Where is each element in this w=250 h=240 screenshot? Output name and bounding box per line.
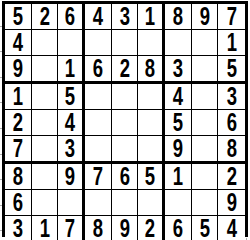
- cell-r1c1[interactable]: 5: [5, 4, 32, 30]
- cell-r2c7[interactable]: [165, 30, 192, 56]
- cell-r5c1[interactable]: 2: [5, 110, 32, 136]
- cell-r4c1[interactable]: 1: [5, 84, 32, 110]
- cell-r2c1[interactable]: 4: [5, 30, 32, 56]
- cell-r9c6[interactable]: 2: [138, 216, 165, 240]
- given-digit: 8: [93, 216, 103, 240]
- cell-r4c9[interactable]: 3: [218, 84, 245, 110]
- cell-r7c5[interactable]: 6: [112, 164, 139, 190]
- given-digit: 5: [173, 110, 183, 135]
- given-digit: 2: [39, 4, 49, 29]
- given-digit: 9: [119, 216, 129, 240]
- cell-r5c7[interactable]: 5: [165, 110, 192, 136]
- cell-r5c5[interactable]: [112, 110, 139, 136]
- given-digit: 5: [13, 4, 23, 29]
- cell-r1c5[interactable]: 3: [112, 4, 139, 30]
- given-digit: 6: [13, 190, 23, 215]
- given-digit: 6: [227, 110, 237, 135]
- given-digit: 8: [13, 164, 23, 189]
- cell-r6c4[interactable]: [85, 136, 112, 164]
- cell-r9c5[interactable]: 9: [112, 216, 139, 240]
- given-digit: 4: [173, 84, 183, 109]
- given-digit: 1: [39, 216, 49, 240]
- given-digit: 2: [145, 216, 155, 240]
- given-digit: 8: [145, 56, 155, 81]
- cell-r3c6[interactable]: 8: [138, 56, 165, 84]
- given-digit: 7: [13, 136, 23, 161]
- given-digit: 5: [227, 56, 237, 81]
- given-digit: 6: [119, 164, 129, 189]
- cell-r7c7[interactable]: 1: [165, 164, 192, 190]
- cell-r3c9[interactable]: 5: [218, 56, 245, 84]
- cell-r5c6[interactable]: [138, 110, 165, 136]
- cell-r4c3[interactable]: 5: [58, 84, 85, 110]
- cell-r2c9[interactable]: 1: [218, 30, 245, 56]
- cell-r7c9[interactable]: 2: [218, 164, 245, 190]
- cell-r6c2[interactable]: [32, 136, 59, 164]
- cell-r3c7[interactable]: 3: [165, 56, 192, 84]
- cell-r4c5[interactable]: [112, 84, 139, 110]
- given-digit: 9: [173, 136, 183, 161]
- cell-r3c2[interactable]: [32, 56, 59, 84]
- given-digit: 5: [145, 164, 155, 189]
- given-digit: 8: [227, 136, 237, 161]
- given-digit: 5: [199, 216, 209, 240]
- given-digit: 3: [119, 4, 129, 29]
- cell-r1c3[interactable]: 6: [58, 4, 85, 30]
- cell-r3c3[interactable]: 1: [58, 56, 85, 84]
- cell-r5c9[interactable]: 6: [218, 110, 245, 136]
- given-digit: 2: [119, 56, 129, 81]
- given-digit: 9: [199, 4, 209, 29]
- cell-r8c3[interactable]: [58, 190, 85, 216]
- cell-r6c9[interactable]: 8: [218, 136, 245, 164]
- cell-r1c4[interactable]: 4: [85, 4, 112, 30]
- given-digit: 2: [13, 110, 23, 135]
- cell-r8c7[interactable]: [165, 190, 192, 216]
- given-digit: 7: [65, 216, 75, 240]
- cell-r9c7[interactable]: 6: [165, 216, 192, 240]
- cell-r7c3[interactable]: 9: [58, 164, 85, 190]
- cell-r7c1[interactable]: 8: [5, 164, 32, 190]
- given-digit: 1: [173, 164, 183, 189]
- cell-r9c1[interactable]: 3: [5, 216, 32, 240]
- given-digit: 3: [13, 216, 23, 240]
- cell-r1c8[interactable]: 9: [192, 4, 219, 30]
- given-digit: 9: [13, 56, 23, 81]
- cell-r6c1[interactable]: 7: [5, 136, 32, 164]
- cell-r7c4[interactable]: 7: [85, 164, 112, 190]
- given-digit: 9: [65, 164, 75, 189]
- given-digit: 1: [65, 56, 75, 81]
- cell-r3c5[interactable]: 2: [112, 56, 139, 84]
- given-digit: 2: [227, 164, 237, 189]
- cell-r4c4[interactable]: [85, 84, 112, 110]
- cell-r9c4[interactable]: 8: [85, 216, 112, 240]
- cell-r8c4[interactable]: [85, 190, 112, 216]
- given-digit: 4: [13, 30, 23, 55]
- cell-r5c2[interactable]: [32, 110, 59, 136]
- cell-r8c5[interactable]: [112, 190, 139, 216]
- cell-r9c9[interactable]: 4: [218, 216, 245, 240]
- given-digit: 5: [65, 84, 75, 109]
- cell-r1c7[interactable]: 8: [165, 4, 192, 30]
- given-digit: 4: [93, 4, 103, 29]
- cell-r6c5[interactable]: [112, 136, 139, 164]
- sudoku-board: 5264318974191628351543245673988976512693…: [2, 1, 248, 237]
- given-digit: 3: [65, 136, 75, 161]
- cell-r5c8[interactable]: [192, 110, 219, 136]
- cell-r4c7[interactable]: 4: [165, 84, 192, 110]
- cell-r8c2[interactable]: [32, 190, 59, 216]
- cell-r8c8[interactable]: [192, 190, 219, 216]
- cell-r5c4[interactable]: [85, 110, 112, 136]
- given-digit: 9: [227, 190, 237, 215]
- cell-r6c6[interactable]: [138, 136, 165, 164]
- cell-r9c3[interactable]: 7: [58, 216, 85, 240]
- given-digit: 8: [173, 4, 183, 29]
- cell-r5c3[interactable]: 4: [58, 110, 85, 136]
- cell-r2c8[interactable]: [192, 30, 219, 56]
- cell-r3c1[interactable]: 9: [5, 56, 32, 84]
- cell-r8c1[interactable]: 6: [5, 190, 32, 216]
- given-digit: 1: [227, 30, 237, 55]
- given-digit: 7: [227, 4, 237, 29]
- cell-r1c6[interactable]: 1: [138, 4, 165, 30]
- cell-r2c5[interactable]: [112, 30, 139, 56]
- cell-r6c8[interactable]: [192, 136, 219, 164]
- cell-r7c8[interactable]: [192, 164, 219, 190]
- given-digit: 6: [173, 216, 183, 240]
- cell-r7c6[interactable]: 5: [138, 164, 165, 190]
- cell-r3c4[interactable]: 6: [85, 56, 112, 84]
- given-digit: 1: [13, 84, 23, 109]
- cell-r8c9[interactable]: 9: [218, 190, 245, 216]
- given-digit: 6: [65, 4, 75, 29]
- given-digit: 4: [65, 110, 75, 135]
- cell-r9c2[interactable]: 1: [32, 216, 59, 240]
- cell-r2c4[interactable]: [85, 30, 112, 56]
- cell-r6c7[interactable]: 9: [165, 136, 192, 164]
- cell-r4c6[interactable]: [138, 84, 165, 110]
- cell-r8c6[interactable]: [138, 190, 165, 216]
- cell-r2c2[interactable]: [32, 30, 59, 56]
- cell-r9c8[interactable]: 5: [192, 216, 219, 240]
- given-digit: 3: [173, 56, 183, 81]
- cell-r2c6[interactable]: [138, 30, 165, 56]
- sudoku-screenshot: 5264318974191628351543245673988976512693…: [0, 0, 250, 240]
- cell-r1c9[interactable]: 7: [218, 4, 245, 30]
- cell-r3c8[interactable]: [192, 56, 219, 84]
- given-digit: 3: [227, 84, 237, 109]
- cell-r2c3[interactable]: [58, 30, 85, 56]
- cell-r7c2[interactable]: [32, 164, 59, 190]
- cell-r6c3[interactable]: 3: [58, 136, 85, 164]
- cell-r4c8[interactable]: [192, 84, 219, 110]
- given-digit: 6: [93, 56, 103, 81]
- given-digit: 7: [93, 164, 103, 189]
- cell-r4c2[interactable]: [32, 84, 59, 110]
- given-digit: 4: [227, 216, 237, 240]
- cell-r1c2[interactable]: 2: [32, 4, 59, 30]
- given-digit: 1: [145, 4, 155, 29]
